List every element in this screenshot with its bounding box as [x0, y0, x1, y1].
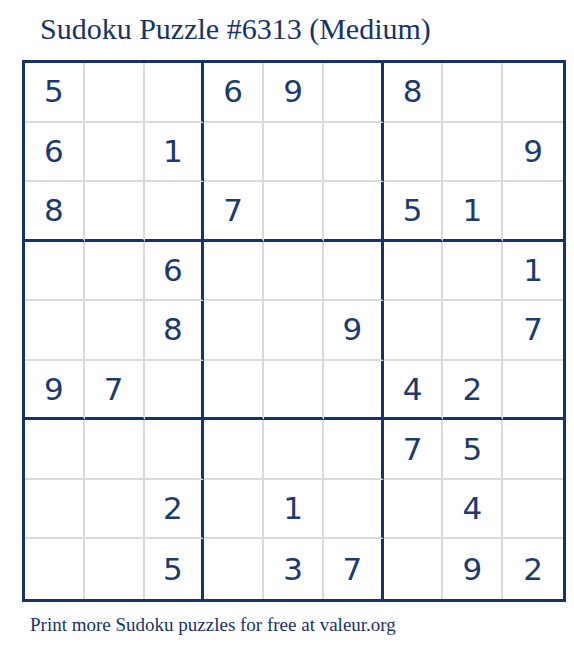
cell-r4c9: 1: [503, 242, 563, 302]
cell-r3c9: [503, 182, 563, 242]
cell-r8c4: [204, 480, 264, 540]
cell-r7c9: [503, 420, 563, 480]
cell-r1c8: [443, 63, 503, 123]
cell-r2c8: [443, 123, 503, 183]
cell-r6c5: [264, 361, 324, 421]
cell-r8c5: 1: [264, 480, 324, 540]
cell-r8c6: [324, 480, 384, 540]
cell-r2c3: 1: [145, 123, 205, 183]
cell-r7c4: [204, 420, 264, 480]
cell-r8c7: [384, 480, 444, 540]
cell-r2c1: 6: [25, 123, 85, 183]
cell-r9c5: 3: [264, 539, 324, 599]
cell-r4c5: [264, 242, 324, 302]
cell-r6c9: [503, 361, 563, 421]
cell-r4c6: [324, 242, 384, 302]
cell-r8c1: [25, 480, 85, 540]
cell-r2c2: [85, 123, 145, 183]
cell-r4c7: [384, 242, 444, 302]
cell-r4c2: [85, 242, 145, 302]
cell-r5c3: 8: [145, 301, 205, 361]
cell-r4c3: 6: [145, 242, 205, 302]
cell-r2c7: [384, 123, 444, 183]
cell-r9c6: 7: [324, 539, 384, 599]
cell-r2c5: [264, 123, 324, 183]
cell-r6c6: [324, 361, 384, 421]
cell-r1c2: [85, 63, 145, 123]
cell-r1c4: 6: [204, 63, 264, 123]
cell-r9c9: 2: [503, 539, 563, 599]
cell-r6c4: [204, 361, 264, 421]
cell-r3c3: [145, 182, 205, 242]
cell-r6c8: 2: [443, 361, 503, 421]
cell-r4c1: [25, 242, 85, 302]
page-title: Sudoku Puzzle #6313 (Medium): [40, 12, 431, 46]
cell-r3c5: [264, 182, 324, 242]
cell-r7c8: 5: [443, 420, 503, 480]
cell-r5c5: [264, 301, 324, 361]
cell-r1c7: 8: [384, 63, 444, 123]
cell-r7c3: [145, 420, 205, 480]
cell-r1c6: [324, 63, 384, 123]
cell-r5c8: [443, 301, 503, 361]
cell-r9c4: [204, 539, 264, 599]
cell-r6c3: [145, 361, 205, 421]
cell-r9c2: [85, 539, 145, 599]
cell-r1c9: [503, 63, 563, 123]
cell-r9c7: [384, 539, 444, 599]
cell-r8c2: [85, 480, 145, 540]
cell-r7c6: [324, 420, 384, 480]
cell-r7c2: [85, 420, 145, 480]
cell-r9c3: 5: [145, 539, 205, 599]
cell-r4c4: [204, 242, 264, 302]
cell-r8c9: [503, 480, 563, 540]
footer-text: Print more Sudoku puzzles for free at va…: [30, 614, 396, 636]
cell-r2c4: [204, 123, 264, 183]
cell-r4c8: [443, 242, 503, 302]
cell-r7c7: 7: [384, 420, 444, 480]
cell-r6c7: 4: [384, 361, 444, 421]
cell-r2c9: 9: [503, 123, 563, 183]
cell-r3c4: 7: [204, 182, 264, 242]
cell-r5c7: [384, 301, 444, 361]
cell-r3c2: [85, 182, 145, 242]
cell-r7c1: [25, 420, 85, 480]
cell-r1c5: 9: [264, 63, 324, 123]
cell-r3c6: [324, 182, 384, 242]
cell-r9c8: 9: [443, 539, 503, 599]
sudoku-grid: 569861987516189797427521453792: [22, 60, 566, 602]
cell-r8c3: 2: [145, 480, 205, 540]
cell-r5c4: [204, 301, 264, 361]
cell-r5c9: 7: [503, 301, 563, 361]
cell-r5c2: [85, 301, 145, 361]
cell-r5c1: [25, 301, 85, 361]
cell-r2c6: [324, 123, 384, 183]
cell-r3c7: 5: [384, 182, 444, 242]
cell-r3c1: 8: [25, 182, 85, 242]
cell-r3c8: 1: [443, 182, 503, 242]
cell-r1c3: [145, 63, 205, 123]
cell-r9c1: [25, 539, 85, 599]
cell-r1c1: 5: [25, 63, 85, 123]
cell-r6c2: 7: [85, 361, 145, 421]
cell-r5c6: 9: [324, 301, 384, 361]
sudoku-page: Sudoku Puzzle #6313 (Medium) 56986198751…: [0, 0, 574, 651]
cell-r7c5: [264, 420, 324, 480]
cell-r8c8: 4: [443, 480, 503, 540]
cell-r6c1: 9: [25, 361, 85, 421]
